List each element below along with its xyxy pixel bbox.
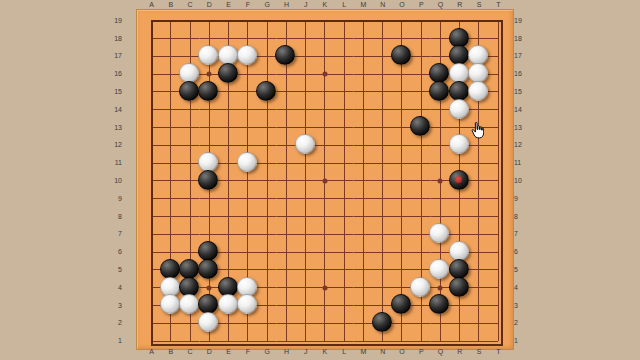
board-intersection[interactable] (142, 136, 161, 154)
board-intersection[interactable] (373, 225, 392, 243)
board-intersection[interactable] (257, 208, 276, 226)
board-intersection[interactable] (257, 136, 276, 154)
board-intersection[interactable] (469, 12, 488, 30)
board-intersection[interactable] (296, 332, 315, 350)
board-intersection[interactable] (180, 12, 199, 30)
board-intersection[interactable] (180, 30, 199, 48)
board-intersection[interactable] (219, 172, 238, 190)
board-intersection[interactable] (334, 225, 353, 243)
board-intersection[interactable] (411, 12, 430, 30)
board-intersection[interactable] (354, 30, 373, 48)
board-intersection[interactable] (142, 83, 161, 101)
board-intersection[interactable] (431, 83, 450, 101)
board-intersection[interactable] (219, 332, 238, 350)
board-intersection[interactable] (200, 172, 219, 190)
board-intersection[interactable] (296, 208, 315, 226)
board-intersection[interactable] (469, 225, 488, 243)
board-intersection[interactable] (431, 101, 450, 119)
board-intersection[interactable] (373, 101, 392, 119)
board-intersection[interactable] (315, 47, 334, 65)
board-intersection[interactable] (161, 332, 180, 350)
board-intersection[interactable] (354, 119, 373, 137)
board-intersection[interactable] (469, 261, 488, 279)
board-intersection[interactable] (296, 225, 315, 243)
board-intersection[interactable] (354, 47, 373, 65)
board-intersection[interactable] (142, 314, 161, 332)
board-intersection[interactable] (373, 12, 392, 30)
board-intersection[interactable] (180, 297, 199, 315)
board-intersection[interactable] (315, 314, 334, 332)
board-intersection[interactable] (219, 225, 238, 243)
board-intersection[interactable] (469, 154, 488, 172)
board-intersection[interactable] (354, 261, 373, 279)
board-intersection[interactable] (315, 65, 334, 83)
board-intersection[interactable] (431, 136, 450, 154)
board-intersection[interactable] (431, 119, 450, 137)
board-intersection[interactable] (296, 136, 315, 154)
board-intersection[interactable] (450, 279, 469, 297)
board-intersection[interactable] (354, 332, 373, 350)
board-intersection[interactable] (296, 172, 315, 190)
board-intersection[interactable] (257, 297, 276, 315)
board-intersection[interactable] (392, 297, 411, 315)
board-intersection[interactable] (373, 261, 392, 279)
board-intersection[interactable] (488, 243, 507, 261)
board-intersection[interactable] (334, 297, 353, 315)
board-intersection[interactable] (277, 101, 296, 119)
board-intersection[interactable] (431, 154, 450, 172)
board-intersection[interactable] (219, 136, 238, 154)
board-intersection[interactable] (161, 208, 180, 226)
board-intersection[interactable] (219, 297, 238, 315)
board-intersection[interactable] (277, 172, 296, 190)
board-intersection[interactable] (142, 30, 161, 48)
board-intersection[interactable] (373, 136, 392, 154)
board-intersection[interactable] (257, 279, 276, 297)
board-intersection[interactable] (161, 225, 180, 243)
board-intersection[interactable] (142, 261, 161, 279)
board-intersection[interactable] (315, 101, 334, 119)
board-intersection[interactable] (392, 12, 411, 30)
board-intersection[interactable] (373, 314, 392, 332)
board-intersection[interactable] (277, 154, 296, 172)
board-intersection[interactable] (392, 83, 411, 101)
board-intersection[interactable] (180, 225, 199, 243)
board-intersection[interactable] (431, 190, 450, 208)
board-intersection[interactable] (488, 12, 507, 30)
board-intersection[interactable] (469, 332, 488, 350)
board-intersection[interactable] (411, 279, 430, 297)
board-intersection[interactable] (277, 243, 296, 261)
board-intersection[interactable] (411, 30, 430, 48)
board-intersection[interactable] (296, 279, 315, 297)
board-intersection[interactable] (142, 12, 161, 30)
board-intersection[interactable] (315, 279, 334, 297)
board-intersection[interactable] (238, 208, 257, 226)
board-intersection[interactable] (334, 314, 353, 332)
board-intersection[interactable] (354, 297, 373, 315)
board-intersection[interactable] (142, 208, 161, 226)
board-intersection[interactable] (334, 172, 353, 190)
board-intersection[interactable] (200, 190, 219, 208)
board-intersection[interactable] (373, 119, 392, 137)
board-intersection[interactable] (277, 83, 296, 101)
board-intersection[interactable] (450, 172, 469, 190)
board-intersection[interactable] (373, 154, 392, 172)
board-intersection[interactable] (488, 314, 507, 332)
board-intersection[interactable] (334, 261, 353, 279)
board-intersection[interactable] (488, 279, 507, 297)
board-intersection[interactable] (180, 83, 199, 101)
board-intersection[interactable] (142, 154, 161, 172)
board-intersection[interactable] (431, 314, 450, 332)
board-intersection[interactable] (411, 243, 430, 261)
board-intersection[interactable] (373, 172, 392, 190)
board-intersection[interactable] (373, 279, 392, 297)
board-intersection[interactable] (373, 243, 392, 261)
board-intersection[interactable] (488, 332, 507, 350)
board-intersection[interactable] (488, 30, 507, 48)
board-intersection[interactable] (392, 208, 411, 226)
board-intersection[interactable] (277, 261, 296, 279)
board-intersection[interactable] (488, 65, 507, 83)
board-intersection[interactable] (277, 190, 296, 208)
board-intersection[interactable] (296, 47, 315, 65)
board-intersection[interactable] (219, 243, 238, 261)
board-intersection[interactable] (392, 172, 411, 190)
board-intersection[interactable] (277, 314, 296, 332)
board-intersection[interactable] (142, 332, 161, 350)
board-intersection[interactable] (354, 101, 373, 119)
board-intersection[interactable] (315, 208, 334, 226)
board-intersection[interactable] (392, 190, 411, 208)
board-intersection[interactable] (257, 83, 276, 101)
board-intersection[interactable] (277, 332, 296, 350)
board-intersection[interactable] (296, 261, 315, 279)
board-intersection[interactable] (296, 12, 315, 30)
board-intersection[interactable] (161, 154, 180, 172)
board-intersection[interactable] (200, 314, 219, 332)
board-intersection[interactable] (161, 101, 180, 119)
board-intersection[interactable] (315, 136, 334, 154)
board-intersection[interactable] (180, 190, 199, 208)
board-intersection[interactable] (200, 83, 219, 101)
board-intersection[interactable] (488, 83, 507, 101)
board-intersection[interactable] (488, 208, 507, 226)
board-intersection[interactable] (142, 279, 161, 297)
board-intersection[interactable] (142, 101, 161, 119)
board-intersection[interactable] (161, 119, 180, 137)
board-intersection[interactable] (411, 225, 430, 243)
board-intersection[interactable] (469, 172, 488, 190)
board-intersection[interactable] (257, 261, 276, 279)
board-intersection[interactable] (392, 136, 411, 154)
board-intersection[interactable] (431, 12, 450, 30)
board-intersection[interactable] (277, 297, 296, 315)
board-intersection[interactable] (315, 261, 334, 279)
board-intersection[interactable] (354, 190, 373, 208)
board-intersection[interactable] (180, 119, 199, 137)
board-intersection[interactable] (488, 172, 507, 190)
board-intersection[interactable] (334, 279, 353, 297)
board-intersection[interactable] (315, 154, 334, 172)
board-intersection[interactable] (180, 314, 199, 332)
board-intersection[interactable] (219, 101, 238, 119)
board-intersection[interactable] (315, 119, 334, 137)
board-intersection[interactable] (411, 297, 430, 315)
board-intersection[interactable] (469, 279, 488, 297)
board-intersection[interactable] (354, 83, 373, 101)
board-intersection[interactable] (200, 119, 219, 137)
board-intersection[interactable] (469, 208, 488, 226)
board-intersection[interactable] (488, 297, 507, 315)
board-intersection[interactable] (411, 172, 430, 190)
board-intersection[interactable] (315, 332, 334, 350)
board-intersection[interactable] (488, 190, 507, 208)
board-intersection[interactable] (161, 190, 180, 208)
board-intersection[interactable] (392, 47, 411, 65)
board-intersection[interactable] (450, 208, 469, 226)
board-intersection[interactable] (334, 136, 353, 154)
board-intersection[interactable] (334, 101, 353, 119)
board-intersection[interactable] (411, 154, 430, 172)
board-intersection[interactable] (373, 190, 392, 208)
board-intersection[interactable] (296, 190, 315, 208)
board-intersection[interactable] (431, 172, 450, 190)
board-intersection[interactable] (277, 225, 296, 243)
board-intersection[interactable] (238, 172, 257, 190)
board-intersection[interactable] (373, 65, 392, 83)
board-intersection[interactable] (238, 101, 257, 119)
board-intersection[interactable] (469, 101, 488, 119)
board-intersection[interactable] (354, 65, 373, 83)
board-intersection[interactable] (354, 208, 373, 226)
board-intersection[interactable] (296, 297, 315, 315)
board-intersection[interactable] (315, 225, 334, 243)
board-intersection[interactable] (257, 30, 276, 48)
board-intersection[interactable] (392, 243, 411, 261)
board-intersection[interactable] (296, 154, 315, 172)
board-intersection[interactable] (219, 208, 238, 226)
board-intersection[interactable] (257, 154, 276, 172)
board-intersection[interactable] (334, 332, 353, 350)
board-intersection[interactable] (142, 297, 161, 315)
board-intersection[interactable] (431, 225, 450, 243)
board-intersection[interactable] (488, 101, 507, 119)
board-intersection[interactable] (219, 12, 238, 30)
board-intersection[interactable] (334, 12, 353, 30)
board-intersection[interactable] (277, 65, 296, 83)
board-intersection[interactable] (238, 243, 257, 261)
board-intersection[interactable] (257, 12, 276, 30)
board-intersection[interactable] (334, 83, 353, 101)
board-intersection[interactable] (277, 136, 296, 154)
board-intersection[interactable] (238, 297, 257, 315)
board-intersection[interactable] (296, 30, 315, 48)
board-intersection[interactable] (411, 332, 430, 350)
board-intersection[interactable] (277, 12, 296, 30)
board-intersection[interactable] (296, 65, 315, 83)
board-intersection[interactable] (450, 297, 469, 315)
board-intersection[interactable] (488, 136, 507, 154)
board-intersection[interactable] (392, 261, 411, 279)
board-intersection[interactable] (354, 172, 373, 190)
board-intersection[interactable] (161, 136, 180, 154)
board-intersection[interactable] (257, 47, 276, 65)
board-intersection[interactable] (488, 225, 507, 243)
board-intersection[interactable] (238, 154, 257, 172)
board-intersection[interactable] (411, 119, 430, 137)
board-intersection[interactable] (219, 314, 238, 332)
board-intersection[interactable] (334, 119, 353, 137)
board-intersection[interactable] (315, 297, 334, 315)
board-intersection[interactable] (238, 225, 257, 243)
board-intersection[interactable] (392, 101, 411, 119)
board-intersection[interactable] (354, 225, 373, 243)
board-intersection[interactable] (161, 65, 180, 83)
board-intersection[interactable] (180, 332, 199, 350)
board-intersection[interactable] (200, 208, 219, 226)
board-intersection[interactable] (354, 314, 373, 332)
board-intersection[interactable] (315, 172, 334, 190)
board-intersection[interactable] (431, 30, 450, 48)
board-intersection[interactable] (238, 47, 257, 65)
board-intersection[interactable] (277, 279, 296, 297)
board-intersection[interactable] (334, 190, 353, 208)
board-intersection[interactable] (315, 30, 334, 48)
board-intersection[interactable] (411, 136, 430, 154)
board-intersection[interactable] (142, 190, 161, 208)
board-intersection[interactable] (373, 47, 392, 65)
board-intersection[interactable] (373, 30, 392, 48)
board-intersection[interactable] (431, 261, 450, 279)
board-intersection[interactable] (142, 225, 161, 243)
board-intersection[interactable] (488, 119, 507, 137)
board-intersection[interactable] (354, 243, 373, 261)
board-intersection[interactable] (392, 119, 411, 137)
board-intersection[interactable] (411, 208, 430, 226)
board-intersection[interactable] (142, 65, 161, 83)
board-intersection[interactable] (277, 119, 296, 137)
board-intersection[interactable] (411, 47, 430, 65)
board-intersection[interactable] (142, 172, 161, 190)
board-intersection[interactable] (373, 208, 392, 226)
board-intersection[interactable] (219, 154, 238, 172)
board-intersection[interactable] (277, 47, 296, 65)
board-intersection[interactable] (180, 136, 199, 154)
board-intersection[interactable] (296, 83, 315, 101)
board-intersection[interactable] (469, 83, 488, 101)
board-intersection[interactable] (180, 208, 199, 226)
board-intersection[interactable] (257, 243, 276, 261)
board-intersection[interactable] (219, 83, 238, 101)
board-intersection[interactable] (200, 261, 219, 279)
board-intersection[interactable] (392, 154, 411, 172)
board-intersection[interactable] (334, 154, 353, 172)
board-intersection[interactable] (142, 243, 161, 261)
board-intersection[interactable] (392, 314, 411, 332)
board-intersection[interactable] (334, 243, 353, 261)
board-intersection[interactable] (373, 332, 392, 350)
board-intersection[interactable] (469, 297, 488, 315)
board-intersection[interactable] (315, 83, 334, 101)
board-intersection[interactable] (392, 65, 411, 83)
board-intersection[interactable] (161, 83, 180, 101)
board-intersection[interactable] (238, 119, 257, 137)
board-intersection[interactable] (219, 119, 238, 137)
board-intersection[interactable] (142, 47, 161, 65)
board-intersection[interactable] (277, 208, 296, 226)
board-intersection[interactable] (354, 154, 373, 172)
board-intersection[interactable] (257, 225, 276, 243)
board-intersection[interactable] (257, 101, 276, 119)
board-intersection[interactable] (257, 119, 276, 137)
board-intersection[interactable] (257, 172, 276, 190)
board-intersection[interactable] (488, 261, 507, 279)
board-intersection[interactable] (334, 208, 353, 226)
board-intersection[interactable] (296, 243, 315, 261)
board-intersection[interactable] (411, 83, 430, 101)
board-intersection[interactable] (488, 154, 507, 172)
board-intersection[interactable] (411, 65, 430, 83)
board-intersection[interactable] (238, 12, 257, 30)
board-intersection[interactable] (354, 136, 373, 154)
board-intersection[interactable] (161, 314, 180, 332)
board-intersection[interactable] (315, 243, 334, 261)
board-intersection[interactable] (469, 314, 488, 332)
board-intersection[interactable] (469, 190, 488, 208)
board-intersection[interactable] (219, 65, 238, 83)
board-intersection[interactable] (431, 332, 450, 350)
board-intersection[interactable] (180, 154, 199, 172)
board-intersection[interactable] (392, 225, 411, 243)
board-intersection[interactable] (200, 101, 219, 119)
board-intersection[interactable] (450, 101, 469, 119)
board-intersection[interactable] (238, 65, 257, 83)
board-intersection[interactable] (296, 101, 315, 119)
board-intersection[interactable] (219, 190, 238, 208)
board-intersection[interactable] (180, 101, 199, 119)
board-intersection[interactable] (354, 12, 373, 30)
board-intersection[interactable] (315, 12, 334, 30)
board-intersection[interactable] (411, 190, 430, 208)
board-intersection[interactable] (334, 65, 353, 83)
board-intersection[interactable] (200, 332, 219, 350)
board-intersection[interactable] (257, 332, 276, 350)
board-intersection[interactable] (450, 136, 469, 154)
board-intersection[interactable] (161, 172, 180, 190)
board-intersection[interactable] (161, 12, 180, 30)
board-intersection[interactable] (257, 190, 276, 208)
board-intersection[interactable] (200, 12, 219, 30)
board-intersection[interactable] (354, 279, 373, 297)
board-intersection[interactable] (411, 314, 430, 332)
board-intersection[interactable] (431, 297, 450, 315)
board-intersection[interactable] (488, 47, 507, 65)
board-intersection[interactable] (257, 314, 276, 332)
board-intersection[interactable] (334, 47, 353, 65)
board-intersection[interactable] (450, 314, 469, 332)
board-intersection[interactable] (161, 47, 180, 65)
board-intersection[interactable] (161, 297, 180, 315)
board-intersection[interactable] (161, 30, 180, 48)
board-intersection[interactable] (296, 314, 315, 332)
board-intersection[interactable] (180, 172, 199, 190)
board-intersection[interactable] (315, 190, 334, 208)
board-intersection[interactable] (450, 190, 469, 208)
board-intersection[interactable] (373, 83, 392, 101)
board-intersection[interactable] (450, 332, 469, 350)
